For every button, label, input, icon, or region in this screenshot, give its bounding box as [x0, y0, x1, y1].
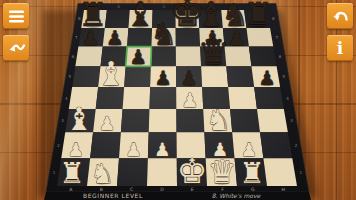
piece-black-pawn[interactable]: ♟: [106, 26, 124, 50]
square-h2[interactable]: [260, 132, 292, 158]
piece-black-knight[interactable]: ♞: [150, 17, 177, 52]
wavy-arrow-icon: [7, 41, 26, 55]
rank-label: 5: [68, 74, 71, 79]
rank-label: 1: [300, 170, 303, 175]
square-d1[interactable]: [147, 158, 177, 186]
rank-label: 4: [65, 96, 68, 101]
rank-label: 4: [286, 96, 289, 101]
piece-black-pawn[interactable]: ♟: [129, 45, 147, 69]
piece-white-king[interactable]: ♚: [177, 151, 208, 191]
square-d4[interactable]: [149, 87, 176, 109]
square-b2[interactable]: [90, 132, 121, 158]
piece-white-knight[interactable]: ♞: [90, 158, 114, 189]
rank-label: 6: [72, 54, 75, 59]
piece-white-pawn[interactable]: ♟: [181, 89, 198, 112]
piece-black-pawn[interactable]: ♟: [228, 26, 246, 50]
piece-white-knight[interactable]: ♞: [206, 104, 231, 137]
square-c3[interactable]: [121, 109, 150, 132]
piece-white-pawn[interactable]: ♟: [98, 112, 115, 134]
square-h6[interactable]: [249, 47, 277, 67]
square-g4[interactable]: [228, 87, 257, 109]
app-screen: AABBCCDDEEFFGGHH8877665544332211♜♝♚♝♞♜♟♟…: [0, 0, 356, 200]
piece-white-rook[interactable]: ♜: [59, 156, 85, 190]
switch-sides-button[interactable]: [3, 35, 29, 61]
info-button[interactable]: i: [327, 35, 353, 61]
rank-label: 1: [53, 170, 56, 175]
piece-white-queen[interactable]: ♛: [207, 153, 236, 191]
piece-black-pawn[interactable]: ♟: [258, 67, 276, 90]
square-e3[interactable]: [176, 109, 204, 132]
square-g3[interactable]: [230, 109, 260, 132]
piece-white-rook[interactable]: ♜: [239, 156, 265, 190]
piece-white-bishop[interactable]: ♝: [97, 55, 126, 93]
piece-white-pawn[interactable]: ♟: [154, 139, 171, 160]
hamburger-menu-icon: [9, 10, 24, 23]
file-label: H: [281, 187, 284, 192]
file-label-far: D: [163, 5, 166, 9]
piece-black-queen[interactable]: ♛: [198, 31, 230, 73]
rank-label: 7: [75, 35, 78, 40]
undo-button[interactable]: [327, 3, 353, 29]
piece-black-pawn[interactable]: ♟: [180, 67, 198, 90]
curved-back-arrow-icon: [331, 9, 349, 24]
square-c1[interactable]: [117, 158, 148, 186]
piece-black-rook[interactable]: ♜: [243, 0, 273, 34]
square-d3[interactable]: [149, 109, 177, 132]
file-label: C: [130, 187, 133, 192]
piece-white-pawn[interactable]: ♟: [125, 139, 142, 160]
square-h3[interactable]: [257, 109, 288, 132]
rank-label: 3: [61, 118, 64, 123]
info-icon: i: [337, 40, 343, 57]
piece-black-pawn[interactable]: ♟: [154, 67, 172, 90]
chess-board[interactable]: AABBCCDDEEFFGGHH8877665544332211♜♝♚♝♞♜♟♟…: [0, 0, 356, 200]
square-c5[interactable]: [124, 66, 151, 87]
rank-label: 5: [282, 74, 285, 79]
square-g5[interactable]: [226, 66, 254, 87]
square-h1[interactable]: [263, 158, 297, 186]
square-h4[interactable]: [254, 87, 284, 109]
menu-button[interactable]: [3, 3, 29, 29]
piece-black-pawn[interactable]: ♟: [81, 26, 99, 50]
file-label: D: [160, 187, 164, 192]
square-c4[interactable]: [123, 87, 151, 109]
board-front-face: [44, 192, 311, 200]
rank-label: 7: [275, 35, 278, 40]
rank-label: 2: [57, 143, 60, 148]
rank-label: 3: [290, 118, 293, 123]
piece-white-bishop[interactable]: ♝: [65, 101, 93, 137]
